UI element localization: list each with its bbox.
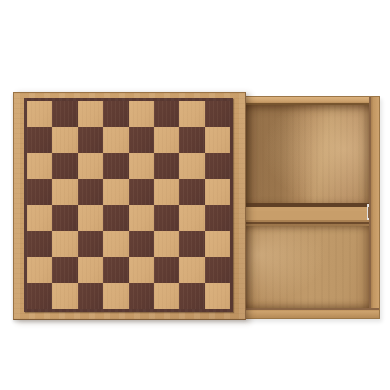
board-square (129, 283, 154, 309)
board-square (52, 179, 77, 205)
board-square (205, 283, 230, 309)
board-square (27, 283, 52, 309)
board-square (205, 231, 230, 257)
board-square (129, 205, 154, 231)
board-square (78, 153, 103, 179)
board-square (129, 257, 154, 283)
product-photo-board-game-box (0, 0, 390, 390)
drawer-wall-right (369, 97, 379, 318)
board-square (78, 257, 103, 283)
board-square (52, 127, 77, 153)
drawer-wall-top (244, 97, 379, 105)
game-board-lid (13, 92, 246, 320)
board-square (205, 153, 230, 179)
board-square (129, 101, 154, 127)
board-square (27, 153, 52, 179)
board-square (179, 283, 204, 309)
board-square (27, 205, 52, 231)
drawer-divider (244, 203, 369, 226)
board-square (179, 179, 204, 205)
board-square (129, 127, 154, 153)
checkerboard-grid (27, 101, 230, 309)
board-square (103, 283, 128, 309)
board-square (103, 127, 128, 153)
board-square (179, 257, 204, 283)
board-square (154, 205, 179, 231)
board-square (103, 257, 128, 283)
board-square (52, 257, 77, 283)
board-square (154, 153, 179, 179)
board-square (205, 101, 230, 127)
board-square (129, 231, 154, 257)
board-square (205, 127, 230, 153)
board-square (52, 283, 77, 309)
board-square (179, 127, 204, 153)
board-square (27, 231, 52, 257)
board-square (103, 179, 128, 205)
board-square (52, 231, 77, 257)
board-square (78, 127, 103, 153)
board-square (27, 257, 52, 283)
board-square (78, 283, 103, 309)
drawer-compartment-bottom (244, 226, 369, 308)
board-square (78, 205, 103, 231)
board-square (129, 179, 154, 205)
board-square (154, 231, 179, 257)
board-square (205, 257, 230, 283)
board-square (103, 153, 128, 179)
board-square (78, 231, 103, 257)
board-square (205, 179, 230, 205)
board-square (179, 205, 204, 231)
board-square (103, 101, 128, 127)
drawer-compartment-top (244, 105, 369, 203)
board-square (154, 283, 179, 309)
board-square (179, 231, 204, 257)
board-square (27, 101, 52, 127)
printed-board-border (24, 98, 233, 312)
board-square (179, 101, 204, 127)
board-square (52, 101, 77, 127)
board-square (52, 153, 77, 179)
board-square (154, 127, 179, 153)
drawer-wall-bottom (244, 308, 379, 318)
storage-drawer (244, 96, 380, 319)
board-square (154, 257, 179, 283)
board-square (154, 179, 179, 205)
board-square (154, 101, 179, 127)
board-square (52, 205, 77, 231)
board-square (27, 179, 52, 205)
board-square (129, 153, 154, 179)
board-square (205, 205, 230, 231)
board-square (179, 153, 204, 179)
drawer-interior (244, 105, 369, 308)
board-square (103, 205, 128, 231)
board-square (78, 179, 103, 205)
board-square (78, 101, 103, 127)
board-square (27, 127, 52, 153)
board-square (103, 231, 128, 257)
